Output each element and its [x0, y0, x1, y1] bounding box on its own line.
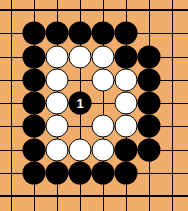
black-stone	[138, 69, 161, 92]
black-stone	[23, 162, 46, 185]
white-stone	[46, 115, 69, 138]
black-stone	[46, 162, 69, 185]
black-stone	[138, 46, 161, 69]
black-stone	[23, 139, 46, 162]
black-stone	[138, 139, 161, 162]
black-stone	[115, 46, 138, 69]
black-stone	[23, 115, 46, 138]
white-stone	[115, 69, 138, 92]
move-number-label: 1	[76, 97, 83, 110]
go-board: 1	[0, 0, 188, 211]
white-stone	[92, 69, 115, 92]
white-stone	[46, 139, 69, 162]
black-stone	[23, 22, 46, 45]
white-stone	[92, 139, 115, 162]
white-stone	[115, 92, 138, 115]
black-stone	[23, 69, 46, 92]
black-stone	[69, 22, 92, 45]
grid-vline	[172, 0, 173, 211]
marked-black-stone-1: 1	[69, 92, 92, 115]
black-stone	[23, 92, 46, 115]
grid-hline	[0, 9, 188, 11]
black-stone	[92, 162, 115, 185]
black-stone	[69, 162, 92, 185]
black-stone	[115, 22, 138, 45]
white-stone	[115, 115, 138, 138]
white-stone	[46, 92, 69, 115]
black-stone	[92, 22, 115, 45]
white-stone	[92, 46, 115, 69]
white-stone	[46, 69, 69, 92]
white-stone	[46, 46, 69, 69]
white-stone	[92, 115, 115, 138]
grid-vline	[11, 0, 12, 211]
black-stone	[138, 92, 161, 115]
black-stone	[115, 162, 138, 185]
black-stone	[115, 139, 138, 162]
white-stone	[69, 139, 92, 162]
white-stone	[69, 46, 92, 69]
black-stone	[23, 46, 46, 69]
black-stone	[138, 115, 161, 138]
black-stone	[46, 22, 69, 45]
grid-hline	[0, 195, 188, 197]
